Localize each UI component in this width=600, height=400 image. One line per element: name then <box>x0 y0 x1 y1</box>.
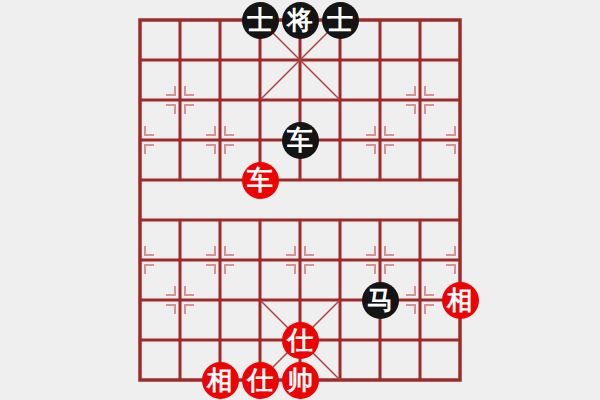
piece-red-chariot-d4[interactable]: 车 <box>242 162 279 199</box>
piece-red-advisor-e8[interactable]: 仕 <box>282 322 319 359</box>
piece-black-general-e0[interactable]: 将 <box>282 2 319 39</box>
piece-red-elephant-c9[interactable]: 相 <box>202 362 239 399</box>
piece-black-advisor-d0[interactable]: 士 <box>242 2 279 39</box>
xiangqi-board-area: 士将士车车马相仕相仕帅 <box>0 0 600 400</box>
piece-red-elephant-i7[interactable]: 相 <box>442 282 479 319</box>
piece-black-chariot-e3[interactable]: 车 <box>282 122 319 159</box>
piece-red-general-e9[interactable]: 帅 <box>282 362 319 399</box>
piece-black-horse-g7[interactable]: 马 <box>362 282 399 319</box>
piece-red-advisor-d9[interactable]: 仕 <box>242 362 279 399</box>
xiangqi-board-grid[interactable]: 士将士车车马相仕相仕帅 <box>120 0 480 400</box>
piece-black-advisor-f0[interactable]: 士 <box>322 2 359 39</box>
